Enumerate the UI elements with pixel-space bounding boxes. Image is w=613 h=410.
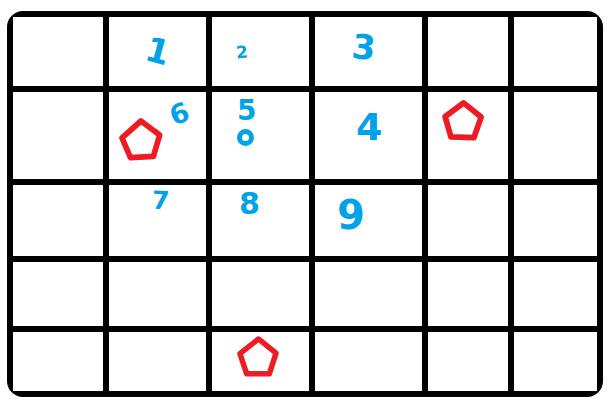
- number-2: 2: [235, 44, 248, 62]
- number-3: 3: [350, 29, 377, 65]
- grid-cell: [13, 332, 109, 391]
- grid-cell: [315, 185, 428, 262]
- grid-cell: [428, 262, 514, 332]
- grid-cell: [13, 92, 109, 185]
- grid-cell: [428, 185, 514, 262]
- grid-board: [7, 11, 603, 397]
- grid-cell: [13, 185, 109, 262]
- grid-cell: [514, 185, 597, 262]
- grid-cell: [212, 185, 315, 262]
- number-8: 8: [239, 189, 260, 219]
- grid-cell: [514, 17, 597, 92]
- pentagon-marker: [118, 111, 165, 168]
- grid-cell: [315, 262, 428, 332]
- grid-cell: [428, 17, 514, 92]
- grid: [13, 17, 597, 391]
- number-5: 5: [237, 97, 256, 125]
- pentagon-marker: [440, 99, 485, 142]
- number-4: 4: [356, 108, 382, 146]
- grid-cell: [212, 17, 315, 92]
- grid-cell: [13, 17, 109, 92]
- grid-cell: [514, 332, 597, 391]
- grid-cell: [212, 92, 315, 185]
- grid-cell: [514, 92, 597, 185]
- number-9: 9: [337, 195, 365, 235]
- number-7: 7: [151, 188, 170, 214]
- pentagon-marker: [237, 334, 279, 380]
- grid-cell: [514, 262, 597, 332]
- grid-cell: [315, 332, 428, 391]
- small-circle-mark: [237, 129, 254, 146]
- grid-cell: [109, 332, 212, 391]
- grid-cell: [428, 332, 514, 391]
- canvas: 1 2 3 4 5 6 7 8 9: [0, 0, 613, 410]
- grid-cell: [109, 262, 212, 332]
- grid-cell: [212, 262, 315, 332]
- grid-cell: [13, 262, 109, 332]
